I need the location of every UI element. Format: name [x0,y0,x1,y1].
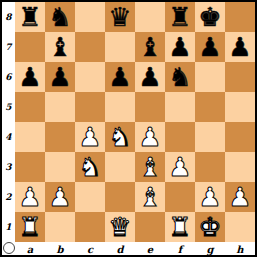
square-c5[interactable] [75,92,105,122]
piece-black-pawn[interactable]: ♟ [108,62,131,92]
square-d8[interactable]: ♛ [105,2,135,32]
rank-label-1: 1 [2,212,15,242]
square-e2[interactable]: ♝ [135,182,165,212]
piece-black-pawn[interactable]: ♟ [198,32,221,62]
square-b7[interactable]: ♝ [45,32,75,62]
piece-white-king[interactable]: ♚ [198,212,221,242]
rank-label-8: 8 [2,2,15,32]
piece-white-pawn[interactable]: ♟ [48,182,71,212]
square-c4[interactable]: ♟ [75,122,105,152]
piece-black-bishop[interactable]: ♝ [48,32,71,62]
piece-black-queen[interactable]: ♛ [108,2,131,32]
side-to-move-indicator [3,242,15,254]
piece-white-knight[interactable]: ♞ [108,122,131,152]
square-e6[interactable]: ♟ [135,62,165,92]
square-a4[interactable] [15,122,45,152]
square-b8[interactable]: ♞ [45,2,75,32]
piece-black-rook[interactable]: ♜ [18,2,41,32]
square-g2[interactable]: ♟ [195,182,225,212]
square-g8[interactable]: ♚ [195,2,225,32]
rank-label-3: 3 [2,152,15,182]
piece-black-pawn[interactable]: ♟ [138,62,161,92]
file-label-h: h [225,242,255,255]
square-g7[interactable]: ♟ [195,32,225,62]
square-g5[interactable] [195,92,225,122]
square-a1[interactable]: ♜ [15,212,45,242]
square-c8[interactable] [75,2,105,32]
square-h1[interactable] [225,212,255,242]
square-f5[interactable] [165,92,195,122]
square-f7[interactable]: ♟ [165,32,195,62]
piece-white-pawn[interactable]: ♟ [228,182,251,212]
rank-label-4: 4 [2,122,15,152]
piece-black-rook[interactable]: ♜ [168,2,191,32]
square-h4[interactable] [225,122,255,152]
square-f4[interactable] [165,122,195,152]
square-b6[interactable]: ♟ [45,62,75,92]
square-b1[interactable] [45,212,75,242]
square-d4[interactable]: ♞ [105,122,135,152]
square-a3[interactable] [15,152,45,182]
piece-black-pawn[interactable]: ♟ [228,32,251,62]
square-a8[interactable]: ♜ [15,2,45,32]
square-c7[interactable] [75,32,105,62]
square-h8[interactable] [225,2,255,32]
piece-white-pawn[interactable]: ♟ [138,122,161,152]
piece-white-pawn[interactable]: ♟ [168,152,191,182]
square-f6[interactable]: ♞ [165,62,195,92]
piece-black-king[interactable]: ♚ [198,2,221,32]
piece-white-rook[interactable]: ♜ [168,212,191,242]
square-h2[interactable]: ♟ [225,182,255,212]
square-e5[interactable] [135,92,165,122]
square-h6[interactable] [225,62,255,92]
square-f3[interactable]: ♟ [165,152,195,182]
square-c3[interactable]: ♞ [75,152,105,182]
square-e1[interactable] [135,212,165,242]
rank-labels: 87654321 [2,2,15,242]
piece-black-pawn[interactable]: ♟ [18,62,41,92]
square-a6[interactable]: ♟ [15,62,45,92]
square-h3[interactable] [225,152,255,182]
piece-black-pawn[interactable]: ♟ [168,32,191,62]
square-d1[interactable]: ♛ [105,212,135,242]
square-a2[interactable]: ♟ [15,182,45,212]
square-f2[interactable] [165,182,195,212]
file-labels: abcdefgh [15,242,255,255]
square-d7[interactable] [105,32,135,62]
rank-label-5: 5 [2,92,15,122]
square-d2[interactable] [105,182,135,212]
piece-black-pawn[interactable]: ♟ [48,62,71,92]
file-label-g: g [195,242,225,255]
square-g6[interactable] [195,62,225,92]
square-e4[interactable]: ♟ [135,122,165,152]
square-e8[interactable] [135,2,165,32]
piece-white-knight[interactable]: ♞ [78,152,101,182]
piece-white-pawn[interactable]: ♟ [78,122,101,152]
square-e7[interactable]: ♝ [135,32,165,62]
piece-black-knight[interactable]: ♞ [48,2,71,32]
rank-label-2: 2 [2,182,15,212]
square-f1[interactable]: ♜ [165,212,195,242]
rank-label-7: 7 [2,32,15,62]
file-label-d: d [105,242,135,255]
square-d5[interactable] [105,92,135,122]
piece-white-pawn[interactable]: ♟ [198,182,221,212]
square-c1[interactable] [75,212,105,242]
chess-diagram: 87654321 ♜♞♛♜♚♝♝♟♟♟♟♟♟♟♞♟♞♟♞♝♟♟♟♝♟♟♜♛♜♚ … [0,0,257,257]
file-label-e: e [135,242,165,255]
file-label-f: f [165,242,195,255]
square-h5[interactable] [225,92,255,122]
square-d3[interactable] [105,152,135,182]
square-g1[interactable]: ♚ [195,212,225,242]
square-h7[interactable]: ♟ [225,32,255,62]
piece-white-bishop[interactable]: ♝ [138,182,161,212]
square-f8[interactable]: ♜ [165,2,195,32]
square-c6[interactable] [75,62,105,92]
square-c2[interactable] [75,182,105,212]
square-e3[interactable]: ♝ [135,152,165,182]
piece-white-rook[interactable]: ♜ [18,212,41,242]
piece-black-knight[interactable]: ♞ [168,62,191,92]
square-g3[interactable] [195,152,225,182]
file-label-b: b [45,242,75,255]
square-g4[interactable] [195,122,225,152]
file-label-c: c [75,242,105,255]
square-b3[interactable] [45,152,75,182]
square-b5[interactable] [45,92,75,122]
square-b2[interactable]: ♟ [45,182,75,212]
rank-label-6: 6 [2,62,15,92]
chess-board[interactable]: ♜♞♛♜♚♝♝♟♟♟♟♟♟♟♞♟♞♟♞♝♟♟♟♝♟♟♜♛♜♚ [15,2,255,242]
square-d6[interactable]: ♟ [105,62,135,92]
piece-white-pawn[interactable]: ♟ [18,182,41,212]
piece-white-queen[interactable]: ♛ [108,212,131,242]
file-label-a: a [15,242,45,255]
square-a5[interactable] [15,92,45,122]
piece-white-bishop[interactable]: ♝ [138,152,161,182]
square-a7[interactable] [15,32,45,62]
piece-black-bishop[interactable]: ♝ [138,32,161,62]
square-b4[interactable] [45,122,75,152]
